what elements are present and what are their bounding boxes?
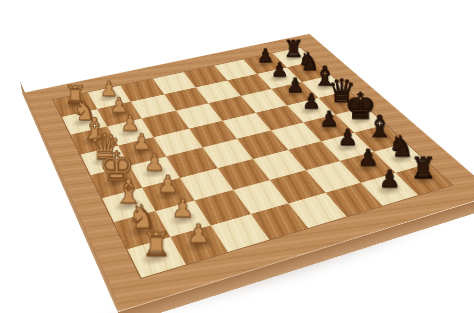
- black-pawn: ♟: [319, 109, 338, 129]
- perspective-scene: ♜♟♟♜♞♟♟♞♝♟♟♝♛♟♟♛♚♟♟♚♝♟♟♝♞♟♟♞♜♟♟♜: [0, 0, 474, 313]
- black-pawn: ♟: [337, 127, 357, 148]
- white-rook: ♜: [141, 229, 171, 260]
- chess-board: ♜♟♟♜♞♟♟♞♝♟♟♝♛♟♟♛♚♟♟♚♝♟♟♝♞♟♟♞♜♟♟♜: [22, 33, 474, 311]
- white-pawn: ♟: [157, 173, 179, 196]
- board-frame: ♜♟♟♜♞♟♟♞♝♟♟♝♛♟♟♛♚♟♟♚♝♟♟♝♞♟♟♞♜♟♟♜: [22, 33, 474, 311]
- board-grid: ♜♟♟♜♞♟♟♞♝♟♟♝♛♟♟♛♚♟♟♚♝♟♟♝♞♟♟♞♜♟♟♜: [53, 47, 452, 277]
- black-pawn: ♟: [357, 147, 378, 169]
- white-pawn: ♟: [171, 196, 194, 220]
- square-f4: [217, 158, 270, 189]
- black-rook: ♜: [411, 154, 437, 182]
- black-pawn: ♟: [379, 168, 401, 191]
- chess-set-photo: ♜♟♟♜♞♟♟♞♝♟♟♝♛♟♟♛♚♟♟♚♝♟♟♝♞♟♟♞♜♟♟♜: [0, 0, 474, 313]
- black-pawn: ♟: [302, 92, 321, 112]
- white-pawn: ♟: [187, 222, 211, 247]
